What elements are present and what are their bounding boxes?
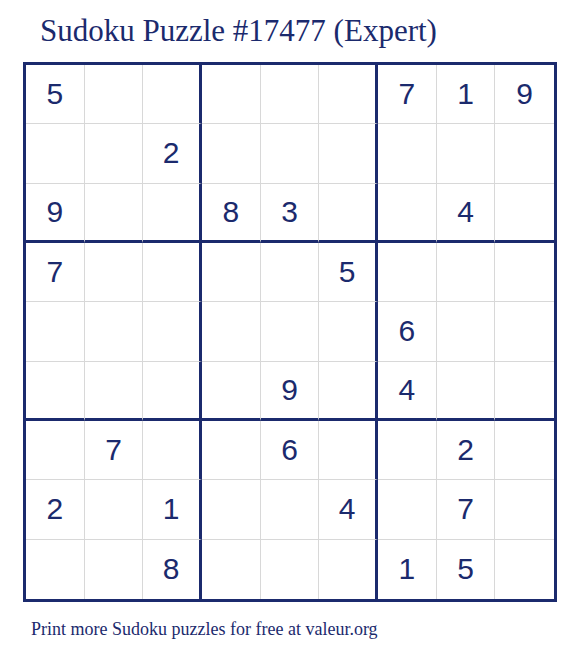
cell-r3c1: 9 — [26, 184, 85, 243]
cell-r1c2 — [85, 65, 144, 124]
cell-r9c1 — [26, 540, 85, 599]
cell-r6c3 — [143, 362, 202, 421]
given-digit: 1 — [163, 492, 180, 526]
cell-r1c7: 7 — [378, 65, 437, 124]
cell-r2c3: 2 — [143, 124, 202, 183]
cell-r7c7 — [378, 421, 437, 480]
cell-r4c5 — [261, 243, 320, 302]
cell-r6c1 — [26, 362, 85, 421]
cell-r8c4 — [202, 480, 261, 539]
cell-r3c8: 4 — [437, 184, 496, 243]
cell-r9c5 — [261, 540, 320, 599]
cell-r6c2 — [85, 362, 144, 421]
cell-r9c8: 5 — [437, 540, 496, 599]
given-digit: 7 — [105, 433, 122, 467]
sudoku-board: 571929834756947622147815 — [23, 62, 557, 602]
cell-r8c2 — [85, 480, 144, 539]
given-digit: 7 — [398, 77, 415, 111]
cell-r2c4 — [202, 124, 261, 183]
cell-r2c6 — [319, 124, 378, 183]
cell-r7c8: 2 — [437, 421, 496, 480]
given-digit: 8 — [163, 552, 180, 586]
cell-r5c3 — [143, 302, 202, 361]
cell-r6c7: 4 — [378, 362, 437, 421]
given-digit: 4 — [339, 492, 356, 526]
given-digit: 2 — [457, 433, 474, 467]
cell-r3c4: 8 — [202, 184, 261, 243]
cell-r6c6 — [319, 362, 378, 421]
given-digit: 1 — [457, 77, 474, 111]
given-digit: 5 — [46, 77, 63, 111]
cell-r5c6 — [319, 302, 378, 361]
cell-r9c7: 1 — [378, 540, 437, 599]
cell-r3c2 — [85, 184, 144, 243]
cell-r2c9 — [495, 124, 554, 183]
cell-r4c7 — [378, 243, 437, 302]
cell-r3c9 — [495, 184, 554, 243]
given-digit: 5 — [339, 255, 356, 289]
cell-r2c2 — [85, 124, 144, 183]
cell-r6c5: 9 — [261, 362, 320, 421]
cell-r6c9 — [495, 362, 554, 421]
given-digit: 7 — [46, 255, 63, 289]
cell-r2c5 — [261, 124, 320, 183]
cell-r8c3: 1 — [143, 480, 202, 539]
cell-r8c8: 7 — [437, 480, 496, 539]
page-title: Sudoku Puzzle #17477 (Expert) — [40, 12, 437, 50]
cell-r7c1 — [26, 421, 85, 480]
cell-r5c1 — [26, 302, 85, 361]
given-digit: 8 — [222, 195, 239, 229]
given-digit: 9 — [516, 77, 533, 111]
cell-r4c3 — [143, 243, 202, 302]
cell-r1c9: 9 — [495, 65, 554, 124]
cell-r4c1: 7 — [26, 243, 85, 302]
cell-r7c2: 7 — [85, 421, 144, 480]
cell-r4c8 — [437, 243, 496, 302]
given-digit: 2 — [163, 136, 180, 170]
cell-r1c6 — [319, 65, 378, 124]
cell-r4c9 — [495, 243, 554, 302]
cell-r5c2 — [85, 302, 144, 361]
cell-r9c6 — [319, 540, 378, 599]
cell-r5c4 — [202, 302, 261, 361]
cell-r3c3 — [143, 184, 202, 243]
given-digit: 1 — [398, 552, 415, 586]
cell-r5c8 — [437, 302, 496, 361]
given-digit: 7 — [457, 492, 474, 526]
cell-r3c6 — [319, 184, 378, 243]
cell-r4c4 — [202, 243, 261, 302]
cell-r1c4 — [202, 65, 261, 124]
given-digit: 2 — [46, 492, 63, 526]
cell-r7c4 — [202, 421, 261, 480]
cell-r1c5 — [261, 65, 320, 124]
cell-r9c4 — [202, 540, 261, 599]
cell-r3c7 — [378, 184, 437, 243]
footer-text: Print more Sudoku puzzles for free at va… — [31, 617, 378, 641]
sudoku-page: Sudoku Puzzle #17477 (Expert) 5719298347… — [0, 0, 580, 651]
cell-r8c9 — [495, 480, 554, 539]
cell-r1c3 — [143, 65, 202, 124]
cell-r7c3 — [143, 421, 202, 480]
cell-r6c4 — [202, 362, 261, 421]
cell-r8c7 — [378, 480, 437, 539]
cell-r7c5: 6 — [261, 421, 320, 480]
cell-r8c1: 2 — [26, 480, 85, 539]
cell-r5c5 — [261, 302, 320, 361]
given-digit: 3 — [281, 195, 298, 229]
given-digit: 4 — [457, 195, 474, 229]
cell-r4c2 — [85, 243, 144, 302]
cell-r4c6: 5 — [319, 243, 378, 302]
given-digit: 9 — [46, 195, 63, 229]
cell-r9c9 — [495, 540, 554, 599]
given-digit: 9 — [281, 373, 298, 407]
given-digit: 6 — [281, 433, 298, 467]
cell-r9c2 — [85, 540, 144, 599]
given-digit: 6 — [398, 314, 415, 348]
cell-r8c5 — [261, 480, 320, 539]
cell-r2c7 — [378, 124, 437, 183]
cell-r8c6: 4 — [319, 480, 378, 539]
cell-r6c8 — [437, 362, 496, 421]
cell-r1c8: 1 — [437, 65, 496, 124]
given-digit: 4 — [398, 373, 415, 407]
cell-r7c9 — [495, 421, 554, 480]
given-digit: 5 — [457, 552, 474, 586]
cell-r3c5: 3 — [261, 184, 320, 243]
cell-r5c9 — [495, 302, 554, 361]
cell-r2c1 — [26, 124, 85, 183]
cell-r2c8 — [437, 124, 496, 183]
cell-r9c3: 8 — [143, 540, 202, 599]
cell-r1c1: 5 — [26, 65, 85, 124]
cell-r5c7: 6 — [378, 302, 437, 361]
cell-r7c6 — [319, 421, 378, 480]
